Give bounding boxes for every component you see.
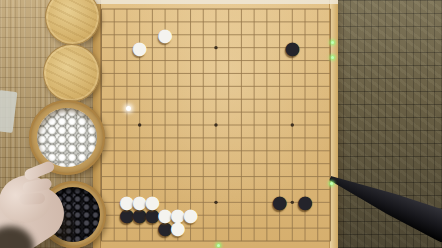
stone-black-P4[interactable]: ● xyxy=(272,194,288,210)
light-glint xyxy=(126,106,131,111)
white-stones-in-bowl xyxy=(37,108,97,167)
led-glint xyxy=(330,182,333,185)
stone-white-D16[interactable]: ● xyxy=(132,40,148,56)
star-point xyxy=(291,123,294,126)
led-glint xyxy=(331,56,334,59)
star-point xyxy=(291,201,294,204)
led-glint xyxy=(331,41,334,44)
go-board[interactable]: ●●●●●●●●●●●●●●●● xyxy=(93,0,338,248)
player-finger-ring xyxy=(19,193,46,205)
led-glint xyxy=(217,244,220,247)
stone-white-F17[interactable]: ● xyxy=(157,27,173,43)
star-point xyxy=(214,123,217,126)
star-point xyxy=(214,46,217,49)
bowl-lid-bottom xyxy=(43,44,100,102)
stone-black-Q16[interactable]: ● xyxy=(284,40,300,56)
go-game-photo: ●●●●●●●●●●●●●●●● xyxy=(0,0,442,248)
stone-white-G2[interactable]: ● xyxy=(170,220,186,236)
stone-black-R4[interactable]: ● xyxy=(297,194,313,210)
star-point xyxy=(214,201,217,204)
star-point xyxy=(138,123,141,126)
